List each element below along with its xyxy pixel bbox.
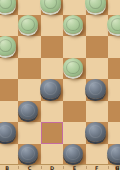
square-g5[interactable] [108, 58, 120, 80]
last-move-highlight-square [41, 122, 63, 144]
file-boundary-tick [86, 166, 87, 169]
gray-man-b2[interactable] [0, 122, 16, 142]
file-boundary-tick [18, 166, 19, 169]
square-e4[interactable] [63, 79, 85, 101]
square-g2[interactable] [108, 122, 120, 144]
square-g3[interactable] [108, 101, 120, 123]
square-e3[interactable] [63, 101, 85, 123]
file-label-d: D [50, 166, 54, 171]
square-b4[interactable] [0, 79, 18, 101]
square-e8[interactable] [63, 0, 85, 15]
gray-man-d4[interactable] [40, 79, 61, 99]
file-boundary-tick [63, 166, 64, 169]
square-g4[interactable] [108, 79, 120, 101]
square-f6[interactable] [86, 36, 108, 58]
square-f7[interactable] [86, 15, 108, 37]
square-e6[interactable] [63, 36, 85, 58]
gray-man-g1[interactable] [107, 144, 120, 164]
checkers-board [0, 0, 120, 165]
file-label-h: H [115, 166, 119, 171]
square-g8[interactable] [108, 0, 120, 15]
square-e2[interactable] [63, 122, 85, 144]
file-label-e: E [73, 166, 76, 171]
square-c5[interactable] [18, 58, 40, 80]
file-boundary-tick [41, 166, 42, 169]
square-b7[interactable] [0, 15, 18, 37]
square-d3[interactable] [41, 101, 63, 123]
square-d7[interactable] [41, 15, 63, 37]
square-c6[interactable] [18, 36, 40, 58]
gray-man-f2[interactable] [85, 122, 106, 142]
gray-man-e1[interactable] [63, 144, 84, 164]
square-g6[interactable] [108, 36, 120, 58]
square-f1[interactable] [86, 144, 108, 166]
file-label-b: B [5, 166, 9, 171]
gray-man-f4[interactable] [85, 79, 106, 99]
square-b1[interactable] [0, 144, 18, 166]
square-c8[interactable] [18, 0, 40, 15]
green-man-g7[interactable] [107, 15, 120, 35]
square-d1[interactable] [41, 144, 63, 166]
file-labels-strip: BCDEFGH [0, 164, 120, 170]
square-f3[interactable] [86, 101, 108, 123]
square-c2[interactable] [18, 122, 40, 144]
square-d6[interactable] [41, 36, 63, 58]
green-man-e7[interactable] [63, 15, 84, 35]
file-boundary-tick [108, 166, 109, 169]
file-label-f: F [95, 166, 98, 171]
square-b5[interactable] [0, 58, 18, 80]
square-f5[interactable] [86, 58, 108, 80]
file-label-c: C [28, 166, 32, 171]
square-d5[interactable] [41, 58, 63, 80]
green-man-b6[interactable] [0, 36, 16, 56]
square-c4[interactable] [18, 79, 40, 101]
checkers-game-view: BCDEFGH [0, 0, 120, 170]
green-man-e5[interactable] [63, 58, 84, 78]
square-b3[interactable] [0, 101, 18, 123]
